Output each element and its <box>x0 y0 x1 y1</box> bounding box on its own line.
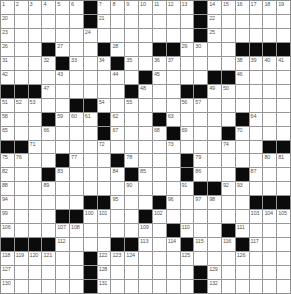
grid-cell[interactable]: 34 <box>98 57 111 70</box>
grid-cell[interactable] <box>194 224 207 237</box>
grid-cell[interactable]: 35 <box>125 57 138 70</box>
grid-cell[interactable] <box>15 210 28 223</box>
grid-cell[interactable] <box>125 141 138 154</box>
grid-cell[interactable] <box>222 196 235 209</box>
grid-cell[interactable]: 105 <box>277 210 290 223</box>
grid-cell[interactable]: 47 <box>42 85 55 98</box>
grid-cell[interactable]: 129 <box>208 266 221 279</box>
grid-cell[interactable] <box>153 168 166 181</box>
grid-cell[interactable]: 20 <box>1 15 14 28</box>
grid-cell[interactable] <box>15 182 28 195</box>
grid-cell[interactable] <box>111 224 124 237</box>
grid-cell[interactable] <box>125 29 138 42</box>
grid-cell[interactable] <box>111 29 124 42</box>
grid-cell[interactable] <box>29 127 42 140</box>
grid-cell[interactable] <box>70 280 83 293</box>
grid-cell[interactable] <box>29 29 42 42</box>
grid-cell[interactable] <box>167 29 180 42</box>
grid-cell[interactable] <box>208 113 221 126</box>
grid-cell[interactable] <box>84 141 97 154</box>
grid-cell[interactable] <box>181 196 194 209</box>
grid-cell[interactable]: 57 <box>194 99 207 112</box>
grid-cell[interactable]: 103 <box>250 210 263 223</box>
grid-cell[interactable]: 22 <box>208 15 221 28</box>
grid-cell[interactable]: 52 <box>15 99 28 112</box>
grid-cell[interactable] <box>29 266 42 279</box>
grid-cell[interactable] <box>222 29 235 42</box>
grid-cell[interactable] <box>236 85 249 98</box>
grid-cell[interactable]: 61 <box>84 113 97 126</box>
grid-cell[interactable] <box>263 85 276 98</box>
grid-cell[interactable] <box>250 154 263 167</box>
grid-cell[interactable] <box>222 113 235 126</box>
grid-cell[interactable]: 18 <box>263 1 276 14</box>
grid-cell[interactable] <box>84 85 97 98</box>
grid-cell[interactable] <box>70 43 83 56</box>
grid-cell[interactable]: 128 <box>98 266 111 279</box>
grid-cell[interactable] <box>167 280 180 293</box>
grid-cell[interactable]: 37 <box>167 57 180 70</box>
grid-cell[interactable]: 126 <box>236 252 249 265</box>
grid-cell[interactable] <box>56 280 69 293</box>
grid-cell[interactable] <box>250 99 263 112</box>
grid-cell[interactable] <box>250 141 263 154</box>
grid-cell[interactable] <box>29 154 42 167</box>
grid-cell[interactable] <box>70 85 83 98</box>
grid-cell[interactable]: 96 <box>167 196 180 209</box>
grid-cell[interactable] <box>56 266 69 279</box>
grid-cell[interactable]: 88 <box>1 182 14 195</box>
grid-cell[interactable]: 23 <box>1 29 14 42</box>
grid-cell[interactable] <box>263 127 276 140</box>
grid-cell[interactable] <box>250 15 263 28</box>
grid-cell[interactable] <box>250 266 263 279</box>
grid-cell[interactable]: 59 <box>56 113 69 126</box>
grid-cell[interactable]: 5 <box>56 1 69 14</box>
grid-cell[interactable]: 24 <box>84 29 97 42</box>
grid-cell[interactable] <box>139 43 152 56</box>
grid-cell[interactable]: 97 <box>194 196 207 209</box>
grid-cell[interactable] <box>250 182 263 195</box>
grid-cell[interactable] <box>277 168 290 181</box>
grid-cell[interactable] <box>70 238 83 251</box>
grid-cell[interactable]: 68 <box>153 127 166 140</box>
grid-cell[interactable] <box>222 280 235 293</box>
grid-cell[interactable]: 89 <box>42 182 55 195</box>
grid-cell[interactable] <box>111 141 124 154</box>
grid-cell[interactable] <box>277 127 290 140</box>
grid-cell[interactable] <box>194 127 207 140</box>
grid-cell[interactable]: 54 <box>98 99 111 112</box>
grid-cell[interactable]: 111 <box>236 224 249 237</box>
grid-cell[interactable]: 72 <box>98 141 111 154</box>
grid-cell[interactable]: 25 <box>208 29 221 42</box>
grid-cell[interactable]: 119 <box>15 252 28 265</box>
grid-cell[interactable]: 16 <box>236 1 249 14</box>
grid-cell[interactable] <box>263 252 276 265</box>
grid-cell[interactable] <box>208 43 221 56</box>
grid-cell[interactable] <box>277 280 290 293</box>
grid-cell[interactable] <box>70 127 83 140</box>
grid-cell[interactable]: 62 <box>111 113 124 126</box>
grid-cell[interactable] <box>125 15 138 28</box>
grid-cell[interactable] <box>125 127 138 140</box>
grid-cell[interactable] <box>42 280 55 293</box>
grid-cell[interactable]: 28 <box>111 43 124 56</box>
grid-cell[interactable]: 31 <box>1 57 14 70</box>
grid-cell[interactable] <box>42 71 55 84</box>
grid-cell[interactable] <box>29 43 42 56</box>
grid-cell[interactable]: 82 <box>1 168 14 181</box>
grid-cell[interactable] <box>277 182 290 195</box>
grid-cell[interactable]: 100 <box>84 210 97 223</box>
grid-cell[interactable] <box>167 168 180 181</box>
grid-cell[interactable]: 15 <box>222 1 235 14</box>
grid-cell[interactable] <box>277 71 290 84</box>
grid-cell[interactable] <box>250 71 263 84</box>
grid-cell[interactable]: 131 <box>98 280 111 293</box>
grid-cell[interactable] <box>111 266 124 279</box>
grid-cell[interactable] <box>167 85 180 98</box>
grid-cell[interactable]: 32 <box>42 57 55 70</box>
grid-cell[interactable] <box>153 224 166 237</box>
grid-cell[interactable]: 118 <box>1 252 14 265</box>
grid-cell[interactable] <box>15 113 28 126</box>
grid-cell[interactable] <box>277 266 290 279</box>
grid-cell[interactable]: 10 <box>139 1 152 14</box>
grid-cell[interactable] <box>42 141 55 154</box>
grid-cell[interactable] <box>263 15 276 28</box>
grid-cell[interactable] <box>15 196 28 209</box>
grid-cell[interactable] <box>111 99 124 112</box>
grid-cell[interactable]: 77 <box>70 154 83 167</box>
grid-cell[interactable]: 99 <box>1 210 14 223</box>
grid-cell[interactable] <box>111 210 124 223</box>
grid-cell[interactable] <box>263 224 276 237</box>
grid-cell[interactable] <box>250 85 263 98</box>
grid-cell[interactable] <box>236 99 249 112</box>
grid-cell[interactable] <box>153 280 166 293</box>
grid-cell[interactable] <box>15 266 28 279</box>
grid-cell[interactable] <box>98 71 111 84</box>
grid-cell[interactable] <box>167 154 180 167</box>
grid-cell[interactable] <box>139 15 152 28</box>
grid-cell[interactable]: 86 <box>194 168 207 181</box>
grid-cell[interactable]: 83 <box>56 168 69 181</box>
grid-cell[interactable]: 49 <box>208 85 221 98</box>
grid-cell[interactable] <box>208 141 221 154</box>
grid-cell[interactable]: 106 <box>1 224 14 237</box>
grid-cell[interactable] <box>139 57 152 70</box>
grid-cell[interactable]: 2 <box>15 1 28 14</box>
grid-cell[interactable]: 74 <box>222 141 235 154</box>
grid-cell[interactable] <box>42 210 55 223</box>
grid-cell[interactable]: 80 <box>263 154 276 167</box>
grid-cell[interactable] <box>29 224 42 237</box>
grid-cell[interactable]: 115 <box>194 238 207 251</box>
grid-cell[interactable] <box>277 252 290 265</box>
grid-cell[interactable] <box>222 99 235 112</box>
grid-cell[interactable]: 51 <box>1 99 14 112</box>
grid-cell[interactable] <box>153 29 166 42</box>
grid-cell[interactable] <box>84 43 97 56</box>
grid-cell[interactable] <box>125 113 138 126</box>
grid-cell[interactable]: 71 <box>29 141 42 154</box>
grid-cell[interactable]: 53 <box>29 99 42 112</box>
grid-cell[interactable]: 85 <box>139 168 152 181</box>
grid-cell[interactable] <box>208 57 221 70</box>
grid-cell[interactable] <box>139 266 152 279</box>
grid-cell[interactable] <box>236 154 249 167</box>
grid-cell[interactable] <box>250 252 263 265</box>
grid-cell[interactable]: 84 <box>111 168 124 181</box>
grid-cell[interactable]: 63 <box>167 113 180 126</box>
grid-cell[interactable] <box>56 196 69 209</box>
grid-cell[interactable] <box>15 43 28 56</box>
grid-cell[interactable] <box>42 99 55 112</box>
grid-cell[interactable]: 75 <box>1 154 14 167</box>
grid-cell[interactable]: 19 <box>277 1 290 14</box>
grid-cell[interactable] <box>194 252 207 265</box>
grid-cell[interactable] <box>208 127 221 140</box>
grid-cell[interactable]: 95 <box>111 196 124 209</box>
grid-cell[interactable] <box>139 252 152 265</box>
grid-cell[interactable] <box>181 113 194 126</box>
grid-cell[interactable] <box>153 99 166 112</box>
grid-cell[interactable]: 79 <box>194 154 207 167</box>
grid-cell[interactable] <box>167 182 180 195</box>
grid-cell[interactable]: 41 <box>277 57 290 70</box>
grid-cell[interactable] <box>222 168 235 181</box>
grid-cell[interactable]: 73 <box>167 141 180 154</box>
grid-cell[interactable]: 65 <box>1 127 14 140</box>
grid-cell[interactable] <box>84 154 97 167</box>
grid-cell[interactable] <box>250 224 263 237</box>
grid-cell[interactable]: 9 <box>125 1 138 14</box>
grid-cell[interactable] <box>263 29 276 42</box>
grid-cell[interactable] <box>236 15 249 28</box>
grid-cell[interactable] <box>98 224 111 237</box>
grid-cell[interactable] <box>125 43 138 56</box>
grid-cell[interactable] <box>236 196 249 209</box>
grid-cell[interactable] <box>29 182 42 195</box>
grid-cell[interactable] <box>139 141 152 154</box>
grid-cell[interactable] <box>56 85 69 98</box>
grid-cell[interactable]: 110 <box>181 224 194 237</box>
grid-cell[interactable]: 78 <box>125 154 138 167</box>
grid-cell[interactable] <box>222 210 235 223</box>
grid-cell[interactable] <box>181 29 194 42</box>
grid-cell[interactable] <box>56 127 69 140</box>
grid-cell[interactable] <box>277 15 290 28</box>
grid-cell[interactable] <box>29 196 42 209</box>
grid-cell[interactable] <box>139 280 152 293</box>
grid-cell[interactable]: 94 <box>1 196 14 209</box>
grid-cell[interactable]: 112 <box>56 238 69 251</box>
grid-cell[interactable] <box>15 127 28 140</box>
grid-cell[interactable]: 30 <box>194 43 207 56</box>
grid-cell[interactable] <box>208 168 221 181</box>
grid-cell[interactable] <box>125 266 138 279</box>
grid-cell[interactable]: 130 <box>1 280 14 293</box>
grid-cell[interactable] <box>263 99 276 112</box>
grid-cell[interactable] <box>70 252 83 265</box>
grid-cell[interactable] <box>263 280 276 293</box>
grid-cell[interactable] <box>222 43 235 56</box>
grid-cell[interactable] <box>236 266 249 279</box>
grid-cell[interactable] <box>139 113 152 126</box>
grid-cell[interactable] <box>167 252 180 265</box>
grid-cell[interactable] <box>167 71 180 84</box>
grid-cell[interactable] <box>15 280 28 293</box>
grid-cell[interactable] <box>181 71 194 84</box>
grid-cell[interactable] <box>56 141 69 154</box>
grid-cell[interactable] <box>139 154 152 167</box>
grid-cell[interactable]: 56 <box>181 99 194 112</box>
grid-cell[interactable]: 4 <box>42 1 55 14</box>
grid-cell[interactable]: 116 <box>222 238 235 251</box>
grid-cell[interactable]: 70 <box>236 127 249 140</box>
grid-cell[interactable] <box>263 71 276 84</box>
grid-cell[interactable] <box>111 182 124 195</box>
grid-cell[interactable] <box>167 15 180 28</box>
grid-cell[interactable] <box>84 57 97 70</box>
grid-cell[interactable] <box>84 71 97 84</box>
grid-cell[interactable] <box>153 238 166 251</box>
grid-cell[interactable] <box>263 113 276 126</box>
grid-cell[interactable]: 90 <box>125 182 138 195</box>
grid-cell[interactable] <box>167 266 180 279</box>
grid-cell[interactable] <box>56 15 69 28</box>
grid-cell[interactable] <box>70 168 83 181</box>
grid-cell[interactable] <box>15 57 28 70</box>
grid-cell[interactable] <box>153 252 166 265</box>
grid-cell[interactable]: 39 <box>250 57 263 70</box>
grid-cell[interactable]: 12 <box>167 1 180 14</box>
grid-cell[interactable] <box>111 280 124 293</box>
grid-cell[interactable]: 109 <box>139 224 152 237</box>
grid-cell[interactable] <box>42 29 55 42</box>
grid-cell[interactable]: 66 <box>42 127 55 140</box>
grid-cell[interactable]: 92 <box>222 182 235 195</box>
grid-cell[interactable] <box>222 154 235 167</box>
grid-cell[interactable]: 69 <box>181 127 194 140</box>
grid-cell[interactable]: 107 <box>56 224 69 237</box>
grid-cell[interactable] <box>208 224 221 237</box>
grid-cell[interactable] <box>98 168 111 181</box>
grid-cell[interactable] <box>194 141 207 154</box>
grid-cell[interactable] <box>29 210 42 223</box>
grid-cell[interactable] <box>15 224 28 237</box>
grid-cell[interactable] <box>29 280 42 293</box>
grid-cell[interactable] <box>263 182 276 195</box>
grid-cell[interactable] <box>42 15 55 28</box>
grid-cell[interactable]: 33 <box>70 57 83 70</box>
grid-cell[interactable]: 60 <box>70 113 83 126</box>
grid-cell[interactable] <box>236 29 249 42</box>
grid-cell[interactable]: 113 <box>139 238 152 251</box>
grid-cell[interactable]: 102 <box>153 210 166 223</box>
grid-cell[interactable] <box>29 15 42 28</box>
grid-cell[interactable] <box>277 99 290 112</box>
grid-cell[interactable]: 64 <box>250 113 263 126</box>
grid-cell[interactable] <box>277 29 290 42</box>
grid-cell[interactable] <box>263 168 276 181</box>
grid-cell[interactable]: 117 <box>250 238 263 251</box>
grid-cell[interactable]: 67 <box>111 127 124 140</box>
grid-cell[interactable] <box>139 29 152 42</box>
grid-cell[interactable]: 42 <box>1 71 14 84</box>
grid-cell[interactable] <box>125 210 138 223</box>
grid-cell[interactable] <box>277 238 290 251</box>
grid-cell[interactable]: 104 <box>263 210 276 223</box>
grid-cell[interactable] <box>139 99 152 112</box>
grid-cell[interactable]: 14 <box>208 1 221 14</box>
grid-cell[interactable] <box>208 99 221 112</box>
grid-cell[interactable] <box>194 210 207 223</box>
grid-cell[interactable]: 50 <box>222 85 235 98</box>
grid-cell[interactable]: 38 <box>236 57 249 70</box>
grid-cell[interactable] <box>98 85 111 98</box>
grid-cell[interactable] <box>70 141 83 154</box>
grid-cell[interactable]: 93 <box>236 182 249 195</box>
grid-cell[interactable]: 45 <box>153 71 166 84</box>
grid-cell[interactable]: 87 <box>250 168 263 181</box>
grid-cell[interactable] <box>15 15 28 28</box>
grid-cell[interactable]: 81 <box>277 154 290 167</box>
grid-cell[interactable] <box>153 182 166 195</box>
grid-cell[interactable] <box>70 196 83 209</box>
grid-cell[interactable]: 132 <box>208 280 221 293</box>
grid-cell[interactable]: 125 <box>181 252 194 265</box>
grid-cell[interactable] <box>250 280 263 293</box>
grid-cell[interactable] <box>98 238 111 251</box>
grid-cell[interactable] <box>84 224 97 237</box>
grid-cell[interactable] <box>208 210 221 223</box>
grid-cell[interactable] <box>181 210 194 223</box>
grid-cell[interactable] <box>194 57 207 70</box>
grid-cell[interactable] <box>208 238 221 251</box>
grid-cell[interactable] <box>153 141 166 154</box>
grid-cell[interactable] <box>222 266 235 279</box>
grid-cell[interactable] <box>277 224 290 237</box>
grid-cell[interactable] <box>15 71 28 84</box>
grid-cell[interactable] <box>153 154 166 167</box>
grid-cell[interactable]: 3 <box>29 1 42 14</box>
grid-cell[interactable] <box>153 85 166 98</box>
grid-cell[interactable] <box>56 29 69 42</box>
grid-cell[interactable] <box>167 99 180 112</box>
grid-cell[interactable] <box>181 280 194 293</box>
grid-cell[interactable] <box>70 29 83 42</box>
grid-cell[interactable] <box>153 15 166 28</box>
grid-cell[interactable] <box>98 29 111 42</box>
grid-cell[interactable]: 1 <box>1 1 14 14</box>
grid-cell[interactable] <box>70 71 83 84</box>
grid-cell[interactable] <box>42 154 55 167</box>
grid-cell[interactable] <box>222 15 235 28</box>
grid-cell[interactable] <box>139 182 152 195</box>
grid-cell[interactable] <box>250 29 263 42</box>
grid-cell[interactable] <box>194 71 207 84</box>
grid-cell[interactable] <box>181 57 194 70</box>
grid-cell[interactable] <box>181 15 194 28</box>
grid-cell[interactable] <box>15 168 28 181</box>
grid-cell[interactable]: 40 <box>263 57 276 70</box>
grid-cell[interactable]: 21 <box>98 15 111 28</box>
grid-cell[interactable] <box>125 280 138 293</box>
grid-cell[interactable]: 26 <box>1 43 14 56</box>
